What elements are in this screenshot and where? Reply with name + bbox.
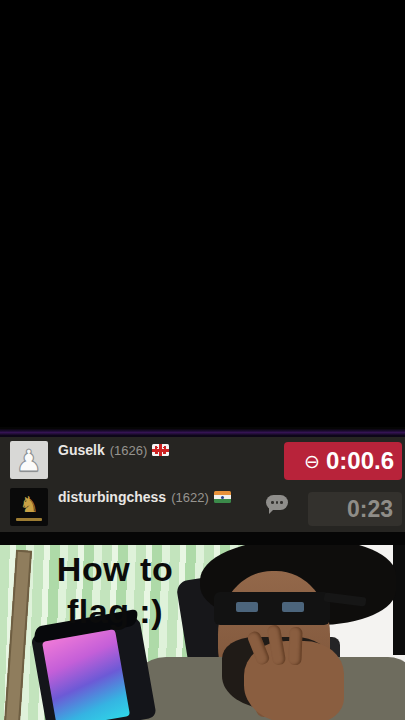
player-rating: (1626) (110, 443, 148, 458)
player-name[interactable]: Guselk (58, 442, 105, 458)
chat-bubble-icon[interactable] (266, 495, 288, 510)
top-black-bar (0, 0, 405, 27)
gold-knight-avatar-icon: ♞ (19, 494, 39, 516)
self-clock: 0:23 (308, 492, 402, 526)
clock-time: 0:00.6 (326, 447, 394, 475)
speaker-led-panel (42, 629, 130, 720)
caption-line-2: flag :) (25, 591, 205, 631)
separator-black-bar (0, 532, 405, 545)
caption-line-1: How to (25, 549, 205, 589)
white-pawn-avatar-icon: ♟ (16, 443, 43, 478)
clock-time: 0:23 (347, 496, 393, 523)
low-time-icon: ⊖ (304, 452, 320, 471)
right-edge-bar (393, 545, 405, 655)
avatar[interactable]: ♟ (10, 441, 48, 479)
georgia-flag-icon (152, 444, 169, 456)
player-rating: (1622) (171, 490, 209, 505)
opponent-clock: ⊖ 0:00.6 (284, 442, 402, 480)
player-name[interactable]: disturbingchess (58, 489, 166, 505)
webcam-view: How to flag :) (0, 545, 405, 720)
lens-glint (282, 602, 304, 612)
player-row-opponent: ♟ Guselk (1626) ⊖ 0:00.6 (0, 437, 405, 484)
board-bottom-strip (0, 427, 405, 437)
india-flag-icon (214, 491, 231, 503)
finger (288, 627, 302, 665)
sunglasses (214, 592, 330, 625)
players-panel: ♟ Guselk (1626) ⊖ 0:00.6 ♞ disturbingche… (0, 437, 405, 532)
avatar[interactable]: ♞ (10, 488, 48, 526)
player-row-self: ♞ disturbingchess (1622) 0:23 (0, 484, 405, 531)
avatar-sub-text (16, 518, 42, 521)
lens-glint (236, 602, 258, 612)
chess-board[interactable] (5, 27, 405, 427)
